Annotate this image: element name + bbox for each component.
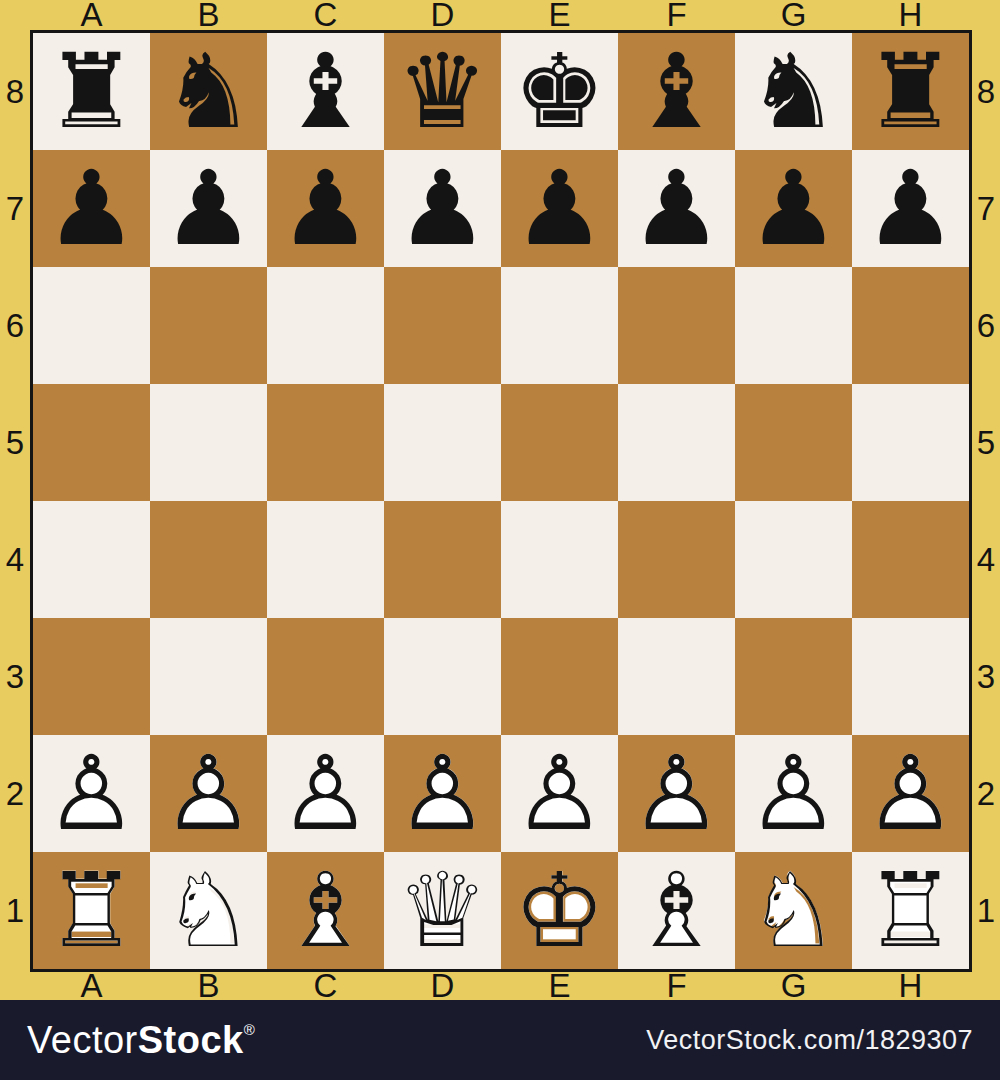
square-a6[interactable]: [33, 267, 150, 384]
square-a3[interactable]: [33, 618, 150, 735]
square-a2[interactable]: ♟♙: [33, 735, 150, 852]
white-pawn-fill: ♟: [33, 735, 150, 852]
white-pawn: ♙: [33, 735, 150, 852]
square-d5[interactable]: [384, 384, 501, 501]
square-b4[interactable]: [150, 501, 267, 618]
white-king: ♔: [501, 852, 618, 969]
black-queen: ♛: [384, 33, 501, 150]
square-e5[interactable]: [501, 384, 618, 501]
square-a8[interactable]: ♜: [33, 33, 150, 150]
white-pawn-fill: ♟: [150, 735, 267, 852]
square-a5[interactable]: [33, 384, 150, 501]
black-pawn: ♟: [150, 150, 267, 267]
square-d4[interactable]: [384, 501, 501, 618]
file-label-bottom-a: A: [33, 972, 150, 1000]
white-pawn: ♙: [618, 735, 735, 852]
square-c5[interactable]: [267, 384, 384, 501]
square-h3[interactable]: [852, 618, 969, 735]
file-label-bottom-f: F: [618, 972, 735, 1000]
white-rook-fill: ♜: [33, 852, 150, 969]
file-label-bottom-b: B: [150, 972, 267, 1000]
rank-label-right-7: 7: [972, 150, 1000, 267]
square-h1[interactable]: ♜♖: [852, 852, 969, 969]
brand-bold: Stock: [138, 1019, 244, 1062]
square-g5[interactable]: [735, 384, 852, 501]
square-c3[interactable]: [267, 618, 384, 735]
chess-board: ♜♞♝♛♚♝♞♜♟♟♟♟♟♟♟♟♟♙♟♙♟♙♟♙♟♙♟♙♟♙♟♙♜♖♞♘♝♗♛♕…: [30, 30, 972, 972]
square-a7[interactable]: ♟: [33, 150, 150, 267]
file-label-top-b: B: [150, 0, 267, 30]
white-bishop-fill: ♝: [618, 852, 735, 969]
white-pawn: ♙: [267, 735, 384, 852]
square-c6[interactable]: [267, 267, 384, 384]
square-d3[interactable]: [384, 618, 501, 735]
white-bishop-fill: ♝: [267, 852, 384, 969]
white-knight: ♘: [150, 852, 267, 969]
rank-labels-left: 87654321: [0, 33, 30, 969]
black-knight: ♞: [735, 33, 852, 150]
white-knight: ♘: [735, 852, 852, 969]
black-pawn: ♟: [33, 150, 150, 267]
white-pawn: ♙: [150, 735, 267, 852]
square-c8[interactable]: ♝: [267, 33, 384, 150]
square-g7[interactable]: ♟: [735, 150, 852, 267]
white-pawn: ♙: [501, 735, 618, 852]
rank-label-left-5: 5: [0, 384, 30, 501]
white-knight-fill: ♞: [735, 852, 852, 969]
square-g6[interactable]: [735, 267, 852, 384]
rank-label-right-3: 3: [972, 618, 1000, 735]
square-a1[interactable]: ♜♖: [33, 852, 150, 969]
square-b3[interactable]: [150, 618, 267, 735]
rank-labels-right: 87654321: [972, 33, 1000, 969]
square-e4[interactable]: [501, 501, 618, 618]
square-d6[interactable]: [384, 267, 501, 384]
black-pawn: ♟: [618, 150, 735, 267]
white-king-fill: ♚: [501, 852, 618, 969]
square-h5[interactable]: [852, 384, 969, 501]
watermark-code: VectorStock.com/1829307: [646, 1025, 973, 1056]
square-g4[interactable]: [735, 501, 852, 618]
black-rook: ♜: [852, 33, 969, 150]
rank-label-left-2: 2: [0, 735, 30, 852]
square-g8[interactable]: ♞: [735, 33, 852, 150]
square-e6[interactable]: [501, 267, 618, 384]
chess-board-image: ABCDEFGH 87654321 87654321 ABCDEFGH ♜♞♝♛…: [0, 0, 1000, 1080]
white-queen-fill: ♛: [384, 852, 501, 969]
square-f6[interactable]: [618, 267, 735, 384]
rank-label-left-8: 8: [0, 33, 30, 150]
square-d1[interactable]: ♛♕: [384, 852, 501, 969]
square-g2[interactable]: ♟♙: [735, 735, 852, 852]
square-h2[interactable]: ♟♙: [852, 735, 969, 852]
board-frame: ABCDEFGH 87654321 87654321 ABCDEFGH ♜♞♝♛…: [0, 0, 1000, 1000]
square-f5[interactable]: [618, 384, 735, 501]
square-f4[interactable]: [618, 501, 735, 618]
white-pawn-fill: ♟: [618, 735, 735, 852]
square-b6[interactable]: [150, 267, 267, 384]
square-b5[interactable]: [150, 384, 267, 501]
white-rook: ♖: [852, 852, 969, 969]
rank-label-left-4: 4: [0, 501, 30, 618]
vectorstock-logo: VectorStock®: [27, 1019, 255, 1062]
white-pawn: ♙: [735, 735, 852, 852]
rank-label-left-7: 7: [0, 150, 30, 267]
square-f1[interactable]: ♝♗: [618, 852, 735, 969]
square-f3[interactable]: [618, 618, 735, 735]
white-queen: ♕: [384, 852, 501, 969]
square-b2[interactable]: ♟♙: [150, 735, 267, 852]
square-c4[interactable]: [267, 501, 384, 618]
white-pawn-fill: ♟: [852, 735, 969, 852]
file-label-top-e: E: [501, 0, 618, 30]
file-label-bottom-e: E: [501, 972, 618, 1000]
file-label-top-c: C: [267, 0, 384, 30]
square-b7[interactable]: ♟: [150, 150, 267, 267]
square-e3[interactable]: [501, 618, 618, 735]
file-label-top-h: H: [852, 0, 969, 30]
black-king: ♚: [501, 33, 618, 150]
square-e7[interactable]: ♟: [501, 150, 618, 267]
brand-thin: Vector: [27, 1019, 138, 1062]
rank-label-right-2: 2: [972, 735, 1000, 852]
square-h4[interactable]: [852, 501, 969, 618]
square-a4[interactable]: [33, 501, 150, 618]
white-pawn-fill: ♟: [735, 735, 852, 852]
rank-label-right-1: 1: [972, 852, 1000, 969]
black-pawn: ♟: [267, 150, 384, 267]
white-pawn-fill: ♟: [501, 735, 618, 852]
rank-label-left-6: 6: [0, 267, 30, 384]
rank-label-right-6: 6: [972, 267, 1000, 384]
rank-label-left-1: 1: [0, 852, 30, 969]
file-label-top-d: D: [384, 0, 501, 30]
white-pawn: ♙: [384, 735, 501, 852]
square-h7[interactable]: ♟: [852, 150, 969, 267]
file-label-bottom-d: D: [384, 972, 501, 1000]
black-pawn: ♟: [501, 150, 618, 267]
square-c2[interactable]: ♟♙: [267, 735, 384, 852]
square-c1[interactable]: ♝♗: [267, 852, 384, 969]
square-g3[interactable]: [735, 618, 852, 735]
file-label-bottom-h: H: [852, 972, 969, 1000]
white-bishop: ♗: [618, 852, 735, 969]
watermark-bar: VectorStock® VectorStock.com/1829307: [0, 1000, 1000, 1080]
white-knight-fill: ♞: [150, 852, 267, 969]
square-d7[interactable]: ♟: [384, 150, 501, 267]
file-label-bottom-c: C: [267, 972, 384, 1000]
file-label-bottom-g: G: [735, 972, 852, 1000]
file-label-top-a: A: [33, 0, 150, 30]
black-bishop: ♝: [267, 33, 384, 150]
black-rook: ♜: [33, 33, 150, 150]
square-g1[interactable]: ♞♘: [735, 852, 852, 969]
registered-mark: ®: [244, 1021, 256, 1038]
square-b1[interactable]: ♞♘: [150, 852, 267, 969]
white-rook: ♖: [33, 852, 150, 969]
rank-label-right-8: 8: [972, 33, 1000, 150]
white-pawn: ♙: [852, 735, 969, 852]
rank-label-right-4: 4: [972, 501, 1000, 618]
square-h6[interactable]: [852, 267, 969, 384]
black-bishop: ♝: [618, 33, 735, 150]
file-labels-bottom: ABCDEFGH: [33, 972, 969, 1000]
white-pawn-fill: ♟: [267, 735, 384, 852]
square-f2[interactable]: ♟♙: [618, 735, 735, 852]
black-pawn: ♟: [384, 150, 501, 267]
rank-label-right-5: 5: [972, 384, 1000, 501]
white-rook-fill: ♜: [852, 852, 969, 969]
square-e8[interactable]: ♚: [501, 33, 618, 150]
black-knight: ♞: [150, 33, 267, 150]
file-label-top-f: F: [618, 0, 735, 30]
square-e2[interactable]: ♟♙: [501, 735, 618, 852]
file-labels-top: ABCDEFGH: [33, 0, 969, 30]
square-e1[interactable]: ♚♔: [501, 852, 618, 969]
square-c7[interactable]: ♟: [267, 150, 384, 267]
square-f8[interactable]: ♝: [618, 33, 735, 150]
square-h8[interactable]: ♜: [852, 33, 969, 150]
square-b8[interactable]: ♞: [150, 33, 267, 150]
black-pawn: ♟: [852, 150, 969, 267]
square-d2[interactable]: ♟♙: [384, 735, 501, 852]
rank-label-left-3: 3: [0, 618, 30, 735]
white-pawn-fill: ♟: [384, 735, 501, 852]
square-d8[interactable]: ♛: [384, 33, 501, 150]
file-label-top-g: G: [735, 0, 852, 30]
white-bishop: ♗: [267, 852, 384, 969]
black-pawn: ♟: [735, 150, 852, 267]
square-f7[interactable]: ♟: [618, 150, 735, 267]
